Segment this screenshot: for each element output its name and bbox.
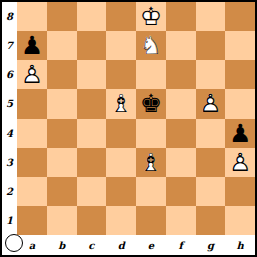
square-h6[interactable] <box>225 60 255 89</box>
black-pawn: ♟ <box>17 31 47 60</box>
black-king: ♚ <box>136 89 166 118</box>
square-g1[interactable] <box>196 206 226 235</box>
white-bishop: ♝ <box>136 148 166 177</box>
square-b1[interactable] <box>47 206 77 235</box>
white-to-move-indicator <box>5 234 23 252</box>
rank-label-5: 5 <box>2 89 17 118</box>
square-c1[interactable] <box>77 206 107 235</box>
square-g3[interactable] <box>196 148 226 177</box>
white-pawn: ♟ <box>196 89 226 118</box>
file-label-d: d <box>106 235 136 255</box>
file-label-c: c <box>77 235 107 255</box>
file-label-e: e <box>136 235 166 255</box>
square-b8[interactable] <box>47 2 77 31</box>
file-label-b: b <box>47 235 77 255</box>
square-b2[interactable] <box>47 177 77 206</box>
square-a2[interactable] <box>17 177 47 206</box>
rank-label-3: 3 <box>2 148 17 177</box>
square-c7[interactable] <box>77 31 107 60</box>
square-d6[interactable] <box>106 60 136 89</box>
white-knight: ♘ <box>136 31 166 60</box>
square-c5[interactable] <box>77 89 107 118</box>
square-a1[interactable] <box>17 206 47 235</box>
square-a5[interactable] <box>17 89 47 118</box>
square-f2[interactable] <box>166 177 196 206</box>
file-labels: abcdefgh <box>17 235 255 255</box>
file-label-h: h <box>225 235 255 255</box>
square-c2[interactable] <box>77 177 107 206</box>
square-d8[interactable] <box>106 2 136 31</box>
square-e3[interactable]: ♝♗ <box>136 148 166 177</box>
square-f6[interactable] <box>166 60 196 89</box>
rank-label-7: 7 <box>2 31 17 60</box>
square-a4[interactable] <box>17 119 47 148</box>
square-e6[interactable] <box>136 60 166 89</box>
square-g4[interactable] <box>196 119 226 148</box>
square-a8[interactable] <box>17 2 47 31</box>
rank-label-1: 1 <box>2 206 17 235</box>
rank-label-2: 2 <box>2 177 17 206</box>
square-g2[interactable] <box>196 177 226 206</box>
square-e1[interactable] <box>136 206 166 235</box>
square-e7[interactable]: ♞♘ <box>136 31 166 60</box>
square-c8[interactable] <box>77 2 107 31</box>
square-d5[interactable]: ♝♗ <box>106 89 136 118</box>
square-g8[interactable] <box>196 2 226 31</box>
white-knight: ♞ <box>136 31 166 60</box>
file-label-f: f <box>166 235 196 255</box>
white-bishop: ♗ <box>136 148 166 177</box>
black-pawn: ♟ <box>225 119 255 148</box>
white-pawn: ♙ <box>196 89 226 118</box>
square-g6[interactable] <box>196 60 226 89</box>
square-f5[interactable] <box>166 89 196 118</box>
square-h5[interactable] <box>225 89 255 118</box>
white-pawn: ♟ <box>17 60 47 89</box>
square-f3[interactable] <box>166 148 196 177</box>
square-d3[interactable] <box>106 148 136 177</box>
square-d4[interactable] <box>106 119 136 148</box>
square-a6[interactable]: ♟♙ <box>17 60 47 89</box>
square-h8[interactable] <box>225 2 255 31</box>
white-king: ♚ <box>136 2 166 31</box>
square-e4[interactable] <box>136 119 166 148</box>
square-h3[interactable]: ♟♙ <box>225 148 255 177</box>
square-g7[interactable] <box>196 31 226 60</box>
square-h1[interactable] <box>225 206 255 235</box>
square-f4[interactable] <box>166 119 196 148</box>
square-h7[interactable] <box>225 31 255 60</box>
square-h4[interactable]: ♟ <box>225 119 255 148</box>
rank-labels: 87654321 <box>2 2 17 235</box>
white-pawn: ♙ <box>17 60 47 89</box>
white-bishop: ♝ <box>106 89 136 118</box>
square-f8[interactable] <box>166 2 196 31</box>
square-b3[interactable] <box>47 148 77 177</box>
rank-label-8: 8 <box>2 2 17 31</box>
square-e2[interactable] <box>136 177 166 206</box>
square-b5[interactable] <box>47 89 77 118</box>
square-g5[interactable]: ♟♙ <box>196 89 226 118</box>
rank-label-4: 4 <box>2 119 17 148</box>
square-d2[interactable] <box>106 177 136 206</box>
file-label-g: g <box>196 235 226 255</box>
square-d1[interactable] <box>106 206 136 235</box>
square-e5[interactable]: ♚ <box>136 89 166 118</box>
square-c3[interactable] <box>77 148 107 177</box>
chess-diagram: 87654321 ♚♔♟♞♘♟♙♝♗♚♟♙♟♝♗♟♙ abcdefgh <box>0 0 257 257</box>
white-pawn: ♙ <box>225 148 255 177</box>
white-king: ♔ <box>136 2 166 31</box>
square-e8[interactable]: ♚♔ <box>136 2 166 31</box>
square-f7[interactable] <box>166 31 196 60</box>
square-h2[interactable] <box>225 177 255 206</box>
rank-label-6: 6 <box>2 60 17 89</box>
square-b6[interactable] <box>47 60 77 89</box>
white-pawn: ♟ <box>225 148 255 177</box>
chess-board: ♚♔♟♞♘♟♙♝♗♚♟♙♟♝♗♟♙ <box>17 2 255 235</box>
square-c4[interactable] <box>77 119 107 148</box>
square-c6[interactable] <box>77 60 107 89</box>
square-f1[interactable] <box>166 206 196 235</box>
square-b7[interactable] <box>47 31 77 60</box>
square-d7[interactable] <box>106 31 136 60</box>
square-a7[interactable]: ♟ <box>17 31 47 60</box>
white-bishop: ♗ <box>106 89 136 118</box>
square-b4[interactable] <box>47 119 77 148</box>
square-a3[interactable] <box>17 148 47 177</box>
